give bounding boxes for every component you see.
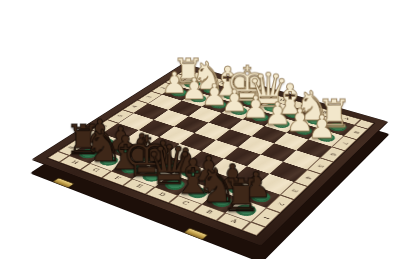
rank-label-text: 2 bbox=[160, 86, 168, 89]
chess-board: HGFEDCBA1♜♞♝♚♛♝♞♜82♟♟♟♟♟♟♟♟7364554637♟♟♟… bbox=[33, 63, 388, 245]
rank-label-text: 8 bbox=[352, 130, 360, 134]
file-label-text: B bbox=[204, 209, 213, 215]
felt-pad bbox=[270, 118, 293, 129]
file-label-text: D bbox=[157, 192, 167, 197]
chess-set-photo: HGFEDCBA1♜♞♝♚♛♝♞♜82♟♟♟♟♟♟♟♟7364554637♟♟♟… bbox=[0, 0, 420, 259]
felt-pad bbox=[117, 162, 143, 175]
board-rim: HGFEDCBA1♜♞♝♚♛♝♞♜82♟♟♟♟♟♟♟♟7364554637♟♟♟… bbox=[33, 63, 388, 245]
rank-label-text: 8 bbox=[68, 145, 76, 149]
file-label-text: H bbox=[70, 160, 80, 165]
rank-label-text: 7 bbox=[85, 135, 93, 139]
brass-latch-left bbox=[53, 178, 72, 187]
file-label-text: E bbox=[258, 92, 265, 96]
felt-pad bbox=[223, 181, 249, 195]
felt-pad bbox=[96, 154, 122, 167]
rank-label-text: 3 bbox=[290, 188, 299, 193]
file-label-text: E bbox=[134, 183, 143, 188]
rank-label-text: 5 bbox=[316, 163, 325, 167]
file-label-text: C bbox=[180, 200, 189, 205]
file-label-text: F bbox=[238, 86, 245, 89]
file-label-text: G bbox=[218, 81, 226, 85]
rank-label-text: 7 bbox=[340, 141, 348, 145]
felt-pad bbox=[248, 111, 271, 122]
felt-pad bbox=[247, 189, 273, 204]
file-label-text: G bbox=[91, 167, 100, 172]
rank-label-text: 2 bbox=[276, 201, 285, 206]
brass-latch-right bbox=[185, 228, 206, 238]
rank-label-text: 4 bbox=[303, 175, 312, 179]
rank-label-text: 3 bbox=[146, 95, 154, 98]
felt-pad bbox=[232, 202, 259, 217]
rank-label-text: 5 bbox=[117, 114, 125, 117]
felt-pad bbox=[261, 102, 284, 113]
felt-pad bbox=[113, 143, 138, 156]
file-label-text: H bbox=[198, 75, 206, 79]
felt-pad bbox=[184, 185, 211, 200]
rank-label-text: 4 bbox=[132, 105, 140, 108]
rank-label-text: 6 bbox=[328, 152, 337, 156]
felt-pad bbox=[240, 96, 262, 106]
file-label-text: F bbox=[113, 175, 122, 180]
file-label-text: A bbox=[343, 117, 350, 121]
file-label-text: B bbox=[321, 110, 328, 114]
file-label-text: A bbox=[229, 218, 238, 224]
file-label-text: C bbox=[299, 104, 307, 108]
file-label-text: D bbox=[278, 98, 286, 102]
rank-label-text: 1 bbox=[174, 78, 181, 81]
board-grid: HGFEDCBA1♜♞♝♚♛♝♞♜82♟♟♟♟♟♟♟♟7364554637♟♟♟… bbox=[47, 68, 374, 235]
rank-label-text: 6 bbox=[101, 124, 109, 128]
rank-label-text: 1 bbox=[261, 215, 270, 220]
felt-pad bbox=[314, 131, 338, 143]
felt-pad bbox=[208, 194, 235, 209]
